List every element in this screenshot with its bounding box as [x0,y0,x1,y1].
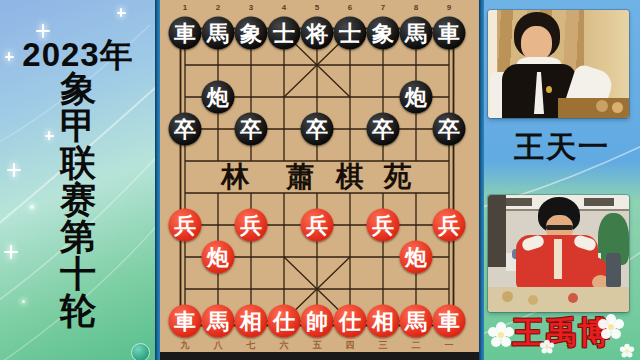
black-piece-馬[interactable]: 馬 [400,17,433,50]
flower-icon [624,348,630,354]
black-piece-炮[interactable]: 炮 [202,81,235,114]
file-number-bottom: 四 [346,339,355,352]
red-piece-仕[interactable]: 仕 [268,305,301,338]
red-piece-炮[interactable]: 炮 [400,241,433,274]
red-piece-車[interactable]: 車 [433,305,466,338]
title-character: 甲 [60,107,96,144]
red-piece-車[interactable]: 車 [169,305,202,338]
flower-icon [544,344,550,350]
sparkle-icon [48,131,50,140]
black-piece-将[interactable]: 将 [301,17,334,50]
red-piece-馬[interactable]: 馬 [400,305,433,338]
blurred-piece [502,291,513,302]
event-name-vertical-title: 象甲联赛第十轮 [60,70,96,329]
black-piece-卒[interactable]: 卒 [169,113,202,146]
file-number-bottom: 三 [379,339,388,352]
player-name-top: 王天一 [484,127,640,168]
file-number-top: 9 [447,3,451,12]
black-piece-車[interactable]: 車 [169,17,202,50]
wall-column [488,195,506,267]
vest-badge [546,86,552,93]
black-piece-馬[interactable]: 馬 [202,17,235,50]
river-character: 林 [221,158,249,196]
xiangqi-board[interactable]: 123456789 林蕭棋苑 車馬象士将士象馬車炮炮卒卒卒卒卒兵兵兵兵兵炮炮車馬… [160,0,479,360]
river-character: 蕭 [286,158,314,196]
black-piece-卒[interactable]: 卒 [433,113,466,146]
file-number-bottom: 六 [280,339,289,352]
black-piece-士[interactable]: 士 [268,17,301,50]
red-piece-兵[interactable]: 兵 [301,209,334,242]
ceiling-light [506,198,532,206]
left-title-panel: 2023年 象甲联赛第十轮 [0,0,156,360]
file-number-bottom: 九 [181,339,190,352]
title-character: 轮 [60,292,96,329]
blurred-piece [596,100,608,112]
river-character: 苑 [384,158,412,196]
black-piece-卒[interactable]: 卒 [301,113,334,146]
sparkle-icon [120,8,122,17]
file-number-top: 1 [183,3,187,12]
file-number-top: 4 [282,3,286,12]
file-number-bottom: 二 [412,339,421,352]
title-character: 赛 [60,181,96,218]
red-piece-仕[interactable]: 仕 [334,305,367,338]
file-number-top: 3 [249,3,253,12]
teal-ball-decoration [131,343,150,360]
title-character: 象 [60,70,96,107]
red-piece-兵[interactable]: 兵 [169,209,202,242]
thumbnail-stage: 2023年 象甲联赛第十轮 123456789 林蕭棋苑 車馬象士将士象馬車炮炮… [0,0,640,360]
red-piece-相[interactable]: 相 [367,305,400,338]
board-bottom-bar [160,352,479,360]
red-piece-馬[interactable]: 馬 [202,305,235,338]
sparkle-dot-icon [30,205,34,209]
file-number-bottom: 一 [445,339,454,352]
sparkle-icon [10,245,12,259]
black-piece-車[interactable]: 車 [433,17,466,50]
player-photo-bottom [488,195,629,312]
red-piece-兵[interactable]: 兵 [235,209,268,242]
thermos [606,253,621,287]
file-number-bottom: 八 [214,339,223,352]
title-character: 十 [60,255,96,292]
river-character: 棋 [336,158,364,196]
sparkle-icon [13,163,15,177]
title-character: 第 [60,218,96,255]
glasses [546,225,573,230]
black-piece-卒[interactable]: 卒 [367,113,400,146]
blurred-piece [568,293,578,303]
file-number-bottom: 五 [313,339,322,352]
players-panel: 王天一 王禹博 [484,0,640,360]
flower-icon [496,330,506,340]
red-piece-炮[interactable]: 炮 [202,241,235,274]
sparkle-dot-icon [22,300,25,303]
black-piece-象[interactable]: 象 [367,17,400,50]
red-piece-兵[interactable]: 兵 [367,209,400,242]
blurred-piece [528,295,538,305]
black-piece-炮[interactable]: 炮 [400,81,433,114]
file-number-top: 2 [216,3,220,12]
player-name-bottom: 王禹博 [484,312,640,354]
red-piece-兵[interactable]: 兵 [433,209,466,242]
blurred-piece [612,102,623,113]
black-piece-卒[interactable]: 卒 [235,113,268,146]
file-number-top: 5 [315,3,319,12]
file-number-top: 6 [348,3,352,12]
red-piece-帥[interactable]: 帥 [301,305,334,338]
black-piece-士[interactable]: 士 [334,17,367,50]
file-number-top: 8 [414,3,418,12]
player-photo-top [488,10,629,118]
black-piece-象[interactable]: 象 [235,17,268,50]
flower-icon [606,322,616,332]
player-face [521,26,552,61]
title-character: 联 [60,144,96,181]
ceiling-light [584,198,614,206]
file-number-top: 7 [381,3,385,12]
jacket-zipper [554,239,562,279]
red-piece-相[interactable]: 相 [235,305,268,338]
file-number-bottom: 七 [247,339,256,352]
